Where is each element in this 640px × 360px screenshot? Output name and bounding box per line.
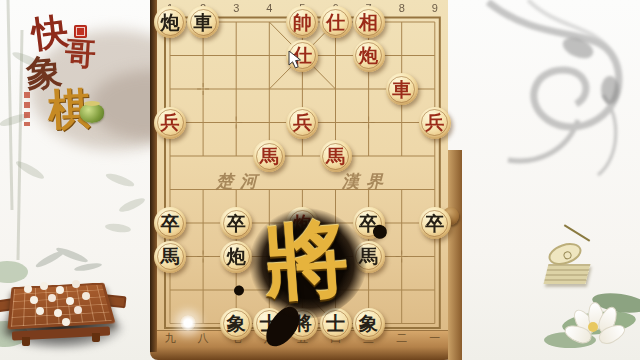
river-label-left: 楚河	[216, 170, 264, 193]
piece-glyph: 卒	[227, 214, 246, 233]
piece-glyph: 兵	[161, 113, 180, 132]
bamboo-sprig	[20, 241, 110, 287]
black-piece-車[interactable]: 車	[187, 6, 219, 38]
app-logo: 快 哥 象 棋	[10, 2, 130, 142]
red-piece-相[interactable]: 相	[353, 6, 385, 38]
piece-glyph: 帥	[293, 13, 312, 32]
logo-char-2: 哥	[64, 37, 97, 70]
mouse-cursor	[288, 50, 302, 70]
piece-glyph: 仕	[326, 13, 345, 32]
red-piece-仕[interactable]: 仕	[320, 6, 352, 38]
signature-column	[24, 92, 30, 126]
wooden-board-photo	[0, 243, 125, 360]
piece-glyph: 馬	[326, 147, 345, 166]
black-piece-卒[interactable]: 卒	[419, 207, 451, 239]
piece-glyph: 卒	[425, 214, 444, 233]
black-piece-象[interactable]: 象	[353, 308, 385, 340]
sundial-base	[544, 264, 591, 284]
sundial-ornament	[540, 236, 596, 288]
piece-glyph: 炮	[227, 247, 246, 266]
file-number-top-8: 8	[399, 2, 405, 14]
black-piece-馬[interactable]: 馬	[154, 241, 186, 273]
piece-glyph: 車	[392, 80, 411, 99]
lotus-leaf	[0, 261, 28, 283]
red-piece-車[interactable]: 車	[386, 73, 418, 105]
black-piece-炮[interactable]: 炮	[154, 6, 186, 38]
board-leg	[22, 337, 30, 346]
piece-glyph: 象	[359, 314, 378, 333]
river-label-right: 漢界	[342, 170, 390, 193]
file-number-bottom-9: 一	[429, 331, 440, 346]
black-piece-卒[interactable]: 卒	[220, 207, 252, 239]
piece-glyph: 馬	[161, 247, 180, 266]
piece-glyph: 炮	[359, 46, 378, 65]
file-number-bottom-8: 二	[396, 331, 407, 346]
file-number-bottom-2: 八	[198, 331, 209, 346]
last-move-marker	[180, 315, 196, 331]
black-piece-卒[interactable]: 卒	[154, 207, 186, 239]
board-leg	[92, 333, 100, 342]
piece-glyph: 相	[359, 13, 378, 32]
red-piece-兵[interactable]: 兵	[286, 107, 318, 139]
red-piece-兵[interactable]: 兵	[419, 107, 451, 139]
file-number-bottom-1: 九	[165, 331, 176, 346]
red-piece-兵[interactable]: 兵	[154, 107, 186, 139]
xiangqi-board[interactable]: 123456789 九八七六五四三二一 楚河 漢界 炮車帥仕相仕炮車兵兵兵馬馬卒…	[150, 0, 462, 360]
red-piece-馬[interactable]: 馬	[320, 140, 352, 172]
piece-glyph: 象	[227, 314, 246, 333]
black-piece-炮[interactable]: 炮	[220, 241, 252, 273]
lotus-center	[588, 322, 598, 332]
piece-glyph: 兵	[293, 113, 312, 132]
sundial-needle	[564, 224, 591, 242]
jade-ornament	[80, 104, 104, 123]
red-piece-炮[interactable]: 炮	[353, 40, 385, 72]
piece-glyph: 馬	[260, 147, 279, 166]
file-number-top-4: 4	[266, 2, 272, 14]
lotus-flower-art	[548, 288, 640, 360]
piece-glyph: 炮	[161, 13, 180, 32]
logo-char-1: 快	[30, 12, 70, 52]
photo-pieces	[24, 285, 32, 293]
piece-glyph: 卒	[161, 214, 180, 233]
piece-glyph: 士	[326, 314, 345, 333]
red-seal-stamp	[74, 25, 87, 38]
file-number-top-9: 9	[432, 2, 438, 14]
file-number-top-3: 3	[233, 2, 239, 14]
check-text: 將	[261, 215, 351, 305]
black-piece-象[interactable]: 象	[220, 308, 252, 340]
piece-glyph: 兵	[425, 113, 444, 132]
piece-glyph: 車	[194, 13, 213, 32]
game-screen: 快 哥 象 棋 123456789 九八七六五四三二一 楚河 漢界 炮車帥仕相仕…	[0, 0, 640, 360]
